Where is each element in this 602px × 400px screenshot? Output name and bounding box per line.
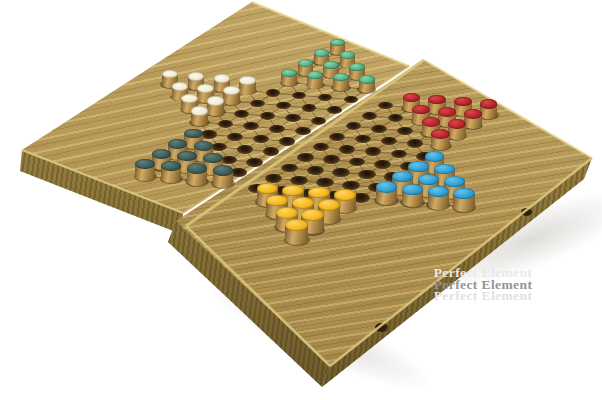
- hole[interactable]: [332, 168, 349, 177]
- hole[interactable]: [407, 139, 423, 147]
- peg-top-blue: [425, 151, 445, 161]
- hole[interactable]: [263, 147, 279, 156]
- hole[interactable]: [323, 155, 340, 164]
- peg-top-teal: [194, 141, 213, 151]
- hole[interactable]: [279, 137, 295, 145]
- peg-top-red: [403, 93, 420, 102]
- peg-top-blue: [402, 184, 423, 195]
- hole[interactable]: [365, 147, 381, 156]
- peg-top-red: [438, 107, 456, 116]
- hole[interactable]: [295, 127, 311, 135]
- hole[interactable]: [397, 127, 413, 135]
- peg-top-green: [359, 75, 375, 84]
- peg-top-yellow: [318, 199, 340, 211]
- hole[interactable]: [311, 117, 326, 125]
- peg-top-green: [330, 39, 345, 47]
- peg-top-green: [340, 51, 355, 59]
- hole[interactable]: [237, 145, 253, 154]
- peg-top-blue: [428, 186, 449, 197]
- hole[interactable]: [339, 145, 355, 154]
- peg-top-green: [349, 63, 365, 71]
- peg-top-teal: [168, 139, 187, 149]
- peg-top-yellow: [257, 183, 278, 194]
- peg-top-white: [191, 106, 209, 115]
- peg-top-blue: [376, 181, 397, 192]
- peg-top-teal: [184, 129, 203, 139]
- peg-top-teal: [187, 163, 207, 174]
- hole[interactable]: [297, 153, 314, 162]
- peg-top-blue: [418, 174, 439, 185]
- hole[interactable]: [371, 125, 387, 133]
- peg-top-green: [298, 59, 313, 67]
- hole[interactable]: [269, 125, 285, 133]
- hole[interactable]: [329, 133, 345, 141]
- peg-top-blue: [408, 161, 428, 172]
- hole[interactable]: [374, 160, 391, 169]
- peg-top-red: [428, 95, 445, 104]
- hole[interactable]: [260, 112, 275, 120]
- peg-top-white: [239, 76, 255, 85]
- hole[interactable]: [362, 112, 377, 120]
- peg-top-blue: [453, 188, 475, 199]
- hole[interactable]: [388, 114, 403, 122]
- peg-top-red: [448, 119, 466, 129]
- peg-top-teal: [213, 165, 233, 176]
- peg-top-red: [422, 117, 440, 127]
- hole[interactable]: [276, 102, 291, 110]
- peg-top-red: [464, 109, 482, 118]
- peg-top-white: [188, 72, 204, 81]
- peg-top-yellow: [276, 207, 298, 219]
- peg-top-teal: [152, 149, 172, 159]
- peg-top-white: [214, 74, 230, 83]
- hole[interactable]: [250, 100, 265, 108]
- hole[interactable]: [234, 110, 249, 118]
- hole[interactable]: [227, 133, 243, 141]
- peg-top-blue: [444, 176, 465, 187]
- peg-top-green: [314, 49, 329, 57]
- hole[interactable]: [302, 104, 317, 112]
- hole[interactable]: [292, 92, 306, 99]
- chinese-checkers-photo: Perfect Element Perfect Element Perfect …: [0, 0, 602, 400]
- peg-top-red: [480, 99, 497, 108]
- hole[interactable]: [285, 114, 300, 122]
- hole[interactable]: [358, 170, 375, 179]
- peg-top-white: [172, 82, 189, 91]
- peg-top-teal: [177, 151, 197, 161]
- peg-top-yellow: [282, 185, 303, 196]
- peg-top-green: [323, 61, 339, 69]
- hole[interactable]: [307, 166, 324, 175]
- hole[interactable]: [265, 174, 282, 183]
- hole[interactable]: [246, 158, 263, 167]
- hole[interactable]: [266, 89, 280, 96]
- peg-top-yellow: [292, 197, 314, 209]
- hole[interactable]: [201, 130, 217, 138]
- peg-top-blue: [434, 164, 454, 175]
- peg-top-yellow: [334, 189, 356, 200]
- peg-top-red: [454, 97, 471, 106]
- peg-top-white: [207, 96, 224, 105]
